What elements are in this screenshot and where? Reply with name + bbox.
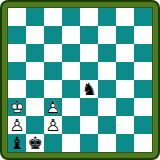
square-b6[interactable] — [26, 44, 44, 62]
square-g6[interactable] — [116, 44, 134, 62]
black-king-piece[interactable]: ♚ — [26, 134, 44, 152]
white-pawn-fill: ♟ — [8, 116, 26, 134]
white-pawn-fill: ♟ — [44, 116, 62, 134]
square-g2[interactable] — [116, 116, 134, 134]
square-g5[interactable] — [116, 62, 134, 80]
square-c8[interactable] — [44, 8, 62, 26]
square-h7[interactable] — [134, 26, 152, 44]
white-pawn-fill: ♟ — [44, 98, 62, 116]
square-d7[interactable] — [62, 26, 80, 44]
square-h4[interactable] — [134, 80, 152, 98]
square-d6[interactable] — [62, 44, 80, 62]
square-g8[interactable] — [116, 8, 134, 26]
square-h2[interactable] — [134, 116, 152, 134]
square-b1[interactable]: ♚ — [26, 134, 44, 152]
white-pawn-piece[interactable]: ♙ — [44, 98, 62, 116]
square-a6[interactable] — [8, 44, 26, 62]
square-b4[interactable] — [26, 80, 44, 98]
square-f2[interactable] — [98, 116, 116, 134]
square-a7[interactable] — [8, 26, 26, 44]
square-e7[interactable] — [80, 26, 98, 44]
white-king-piece[interactable]: ♔ — [8, 98, 26, 116]
square-d4[interactable] — [62, 80, 80, 98]
square-g1[interactable] — [116, 134, 134, 152]
square-f5[interactable] — [98, 62, 116, 80]
square-a3[interactable]: ♚♔ — [8, 98, 26, 116]
square-g3[interactable] — [116, 98, 134, 116]
square-d3[interactable] — [62, 98, 80, 116]
square-h3[interactable] — [134, 98, 152, 116]
square-f7[interactable] — [98, 26, 116, 44]
square-h6[interactable] — [134, 44, 152, 62]
square-f4[interactable] — [98, 80, 116, 98]
square-f6[interactable] — [98, 44, 116, 62]
square-f3[interactable] — [98, 98, 116, 116]
square-g4[interactable] — [116, 80, 134, 98]
white-pawn-piece[interactable]: ♙ — [8, 116, 26, 134]
square-c1[interactable] — [44, 134, 62, 152]
square-d1[interactable] — [62, 134, 80, 152]
square-d2[interactable] — [62, 116, 80, 134]
square-c3[interactable]: ♟♙ — [44, 98, 62, 116]
black-bishop-piece[interactable]: ♝ — [8, 134, 26, 152]
square-e8[interactable] — [80, 8, 98, 26]
chess-board: ♞♚♔♟♙♟♙♟♙♝♚ — [8, 8, 152, 152]
square-h1[interactable] — [134, 134, 152, 152]
square-b2[interactable] — [26, 116, 44, 134]
square-d8[interactable] — [62, 8, 80, 26]
square-f8[interactable] — [98, 8, 116, 26]
square-e6[interactable] — [80, 44, 98, 62]
square-e3[interactable] — [80, 98, 98, 116]
square-c4[interactable] — [44, 80, 62, 98]
square-a8[interactable] — [8, 8, 26, 26]
square-f1[interactable] — [98, 134, 116, 152]
square-b5[interactable] — [26, 62, 44, 80]
black-knight-piece[interactable]: ♞ — [80, 80, 98, 98]
square-h5[interactable] — [134, 62, 152, 80]
square-h8[interactable] — [134, 8, 152, 26]
square-c6[interactable] — [44, 44, 62, 62]
white-pawn-piece[interactable]: ♙ — [44, 116, 62, 134]
square-a1[interactable]: ♝ — [8, 134, 26, 152]
square-a2[interactable]: ♟♙ — [8, 116, 26, 134]
square-c5[interactable] — [44, 62, 62, 80]
white-king-fill: ♚ — [8, 98, 26, 116]
square-g7[interactable] — [116, 26, 134, 44]
square-b7[interactable] — [26, 26, 44, 44]
square-a4[interactable] — [8, 80, 26, 98]
square-c2[interactable]: ♟♙ — [44, 116, 62, 134]
square-e2[interactable] — [80, 116, 98, 134]
square-a5[interactable] — [8, 62, 26, 80]
square-e1[interactable] — [80, 134, 98, 152]
square-e4[interactable]: ♞ — [80, 80, 98, 98]
board-frame: ♞♚♔♟♙♟♙♟♙♝♚ — [0, 0, 160, 160]
square-b8[interactable] — [26, 8, 44, 26]
square-d5[interactable] — [62, 62, 80, 80]
square-e5[interactable] — [80, 62, 98, 80]
square-c7[interactable] — [44, 26, 62, 44]
square-b3[interactable] — [26, 98, 44, 116]
